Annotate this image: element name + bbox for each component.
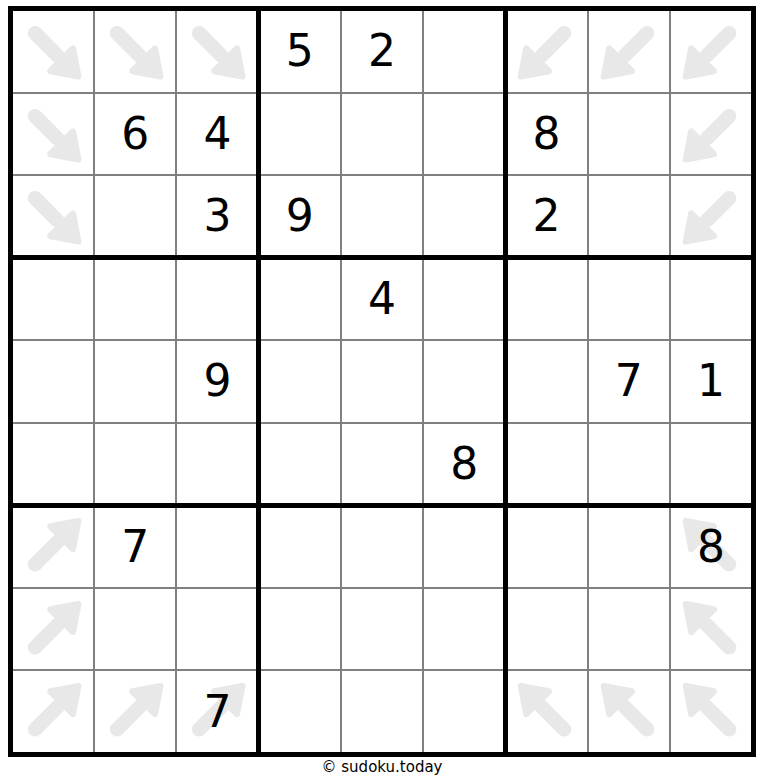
cell-r4c7[interactable] [506, 259, 586, 340]
cell-r6c9[interactable] [671, 424, 751, 505]
cell-r1c2[interactable] [95, 11, 175, 92]
given-digit: 8 [450, 442, 478, 486]
cell-r4c8[interactable] [589, 259, 669, 340]
arrow-down-left-icon [675, 98, 748, 170]
cell-r9c7[interactable] [506, 671, 586, 752]
arrow-down-right-icon [17, 180, 89, 252]
cell-r1c5[interactable]: 2 [342, 11, 422, 92]
given-digit: 7 [204, 690, 232, 734]
cell-r9c1[interactable] [13, 671, 93, 752]
arrow-up-right-icon [17, 510, 89, 582]
cell-r6c1[interactable] [13, 424, 93, 505]
given-digit: 9 [204, 359, 232, 403]
given-digit: 4 [368, 277, 396, 321]
cell-r7c9[interactable]: 8 [671, 506, 751, 587]
cell-r5c8[interactable]: 7 [589, 341, 669, 422]
cell-r9c9[interactable] [671, 671, 751, 752]
cell-r3c7[interactable]: 2 [506, 176, 586, 257]
cell-r6c4[interactable] [260, 424, 340, 505]
cell-r6c6[interactable]: 8 [424, 424, 504, 505]
box-separator-vertical-right [503, 11, 508, 752]
cell-r2c7[interactable]: 8 [506, 94, 586, 175]
cell-r7c4[interactable] [260, 506, 340, 587]
cell-r4c2[interactable] [95, 259, 175, 340]
box-separator-horizontal-top [13, 255, 751, 260]
cell-r6c5[interactable] [342, 424, 422, 505]
arrow-down-left-icon [592, 15, 664, 87]
arrow-down-right-icon [17, 98, 89, 171]
given-digit: 7 [615, 359, 643, 403]
cell-r5c9[interactable]: 1 [671, 341, 751, 422]
cell-r1c6[interactable] [424, 11, 504, 92]
cell-r2c9[interactable] [671, 94, 751, 175]
cell-r4c4[interactable] [260, 259, 340, 340]
cell-r5c7[interactable] [506, 341, 586, 422]
given-digit: 9 [286, 194, 314, 238]
cell-r7c3[interactable] [177, 506, 257, 587]
cell-r4c5[interactable]: 4 [342, 259, 422, 340]
given-digit: 2 [532, 194, 560, 238]
cell-r8c8[interactable] [589, 589, 669, 670]
cell-r3c9[interactable] [671, 176, 751, 257]
cell-r3c2[interactable] [95, 176, 175, 257]
cell-r2c2[interactable]: 6 [95, 94, 175, 175]
cell-r9c4[interactable] [260, 671, 340, 752]
cell-r7c6[interactable] [424, 506, 504, 587]
cell-r3c6[interactable] [424, 176, 504, 257]
cell-r1c8[interactable] [589, 11, 669, 92]
cell-r8c1[interactable] [13, 589, 93, 670]
cell-r8c3[interactable] [177, 589, 257, 670]
arrow-up-left-icon [675, 593, 747, 666]
cell-r6c3[interactable] [177, 424, 257, 505]
cell-r3c3[interactable]: 3 [177, 176, 257, 257]
cell-r3c4[interactable]: 9 [260, 176, 340, 257]
arrow-up-left-icon [593, 675, 665, 748]
given-digit: 1 [697, 359, 725, 403]
cell-r7c1[interactable] [13, 506, 93, 587]
cell-r3c5[interactable] [342, 176, 422, 257]
cell-r3c8[interactable] [589, 176, 669, 257]
given-digit: 8 [697, 525, 725, 569]
cell-r5c1[interactable] [13, 341, 93, 422]
given-digit: 3 [204, 194, 232, 238]
cell-r4c6[interactable] [424, 259, 504, 340]
cell-r8c6[interactable] [424, 589, 504, 670]
sudoku-board: 5264839249718787 [8, 6, 756, 757]
cell-r1c3[interactable] [177, 11, 257, 92]
arrow-up-right-icon [99, 676, 172, 748]
cell-r5c4[interactable] [260, 341, 340, 422]
cell-r1c4[interactable]: 5 [260, 11, 340, 92]
cell-r9c3[interactable]: 7 [177, 671, 257, 752]
cell-r7c8[interactable] [589, 506, 669, 587]
cell-r4c3[interactable] [177, 259, 257, 340]
cell-r5c3[interactable]: 9 [177, 341, 257, 422]
cell-r5c5[interactable] [342, 341, 422, 422]
cell-r6c2[interactable] [95, 424, 175, 505]
cell-r9c8[interactable] [589, 671, 669, 752]
cell-r8c5[interactable] [342, 589, 422, 670]
cell-r8c2[interactable] [95, 589, 175, 670]
arrow-down-right-icon [181, 15, 253, 87]
arrow-down-left-icon [675, 15, 747, 87]
arrow-up-left-icon [510, 675, 582, 748]
cell-r9c2[interactable] [95, 671, 175, 752]
cell-r2c5[interactable] [342, 94, 422, 175]
cell-r6c7[interactable] [506, 424, 586, 505]
copyright-text: © sudoku.today [8, 758, 756, 776]
cell-r1c9[interactable] [671, 11, 751, 92]
given-digit: 7 [121, 525, 149, 569]
cell-r2c3[interactable]: 4 [177, 94, 257, 175]
given-digit: 6 [121, 112, 149, 156]
cell-r9c6[interactable] [424, 671, 504, 752]
cell-r2c4[interactable] [260, 94, 340, 175]
cell-r2c1[interactable] [13, 94, 93, 175]
cell-r7c5[interactable] [342, 506, 422, 587]
box-separator-horizontal-bottom [13, 503, 751, 508]
cell-r6c8[interactable] [589, 424, 669, 505]
cell-r1c7[interactable] [506, 11, 586, 92]
cell-r5c2[interactable] [95, 341, 175, 422]
page: 5264839249718787 © sudoku.today [0, 0, 767, 777]
arrow-down-left-icon [510, 15, 582, 87]
cell-r8c7[interactable] [506, 589, 586, 670]
box-separator-vertical-left [256, 11, 261, 752]
given-digit: 8 [532, 112, 560, 156]
cell-r8c9[interactable] [671, 589, 751, 670]
given-digit: 4 [204, 112, 232, 156]
cell-r4c1[interactable] [13, 259, 93, 340]
cell-r9c5[interactable] [342, 671, 422, 752]
cell-r2c6[interactable] [424, 94, 504, 175]
cell-r8c4[interactable] [260, 589, 340, 670]
arrow-down-right-icon [99, 15, 171, 87]
given-digit: 2 [368, 29, 396, 73]
arrow-down-left-icon [675, 180, 747, 252]
cell-r3c1[interactable] [13, 176, 93, 257]
cell-r4c9[interactable] [671, 259, 751, 340]
cell-r7c7[interactable] [506, 506, 586, 587]
arrow-up-left-icon [675, 675, 747, 748]
arrow-up-right-icon [17, 676, 90, 748]
cell-r2c8[interactable] [589, 94, 669, 175]
arrow-down-right-icon [17, 15, 89, 87]
cell-r7c2[interactable]: 7 [95, 506, 175, 587]
cell-r5c6[interactable] [424, 341, 504, 422]
given-digit: 5 [286, 29, 314, 73]
cell-r1c1[interactable] [13, 11, 93, 92]
arrow-up-right-icon [17, 593, 90, 665]
